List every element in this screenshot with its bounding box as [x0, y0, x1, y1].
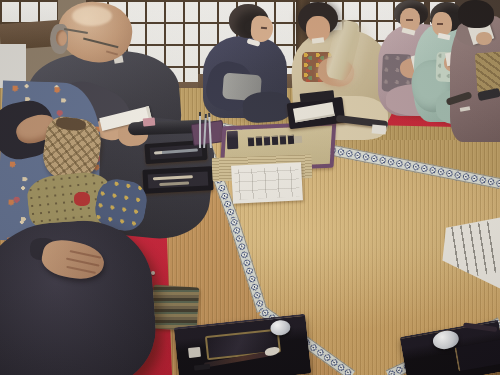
light-packet	[294, 136, 302, 144]
fg-red-accent	[74, 192, 90, 206]
woman-navy-knees	[242, 90, 292, 123]
incense-box-standing	[227, 131, 239, 149]
woman-taupe-obi	[475, 51, 500, 93]
man-ear	[56, 30, 67, 46]
fg-finger-line-1	[70, 250, 102, 259]
record-paper-center	[231, 162, 303, 204]
incense-packet	[280, 135, 286, 144]
woman-taupe-hand	[476, 32, 492, 45]
fg-dark-knee	[0, 216, 160, 375]
incense-packet	[272, 136, 278, 145]
woman-taupe-kimono	[450, 0, 500, 148]
fg-finger-line-2	[66, 258, 100, 267]
paper-scrap	[372, 124, 387, 134]
photo-scene	[0, 0, 500, 375]
incense-packet	[248, 137, 254, 146]
incense-packet	[256, 137, 262, 146]
woman-navy-face	[250, 15, 274, 42]
fg-finger-line-3	[66, 266, 96, 274]
wtc-white-cube	[188, 347, 201, 358]
woman-navy-kimono	[195, 0, 300, 130]
woman-taupe-hair	[458, 0, 494, 28]
woman-celadon-eye	[437, 23, 443, 25]
incense-packet	[264, 136, 270, 145]
folded-papers	[293, 102, 335, 123]
man-crown-highlight	[72, 6, 112, 26]
